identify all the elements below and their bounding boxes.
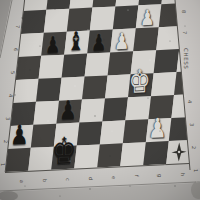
square-c1: ♚ <box>51 146 77 170</box>
square-b7 <box>44 9 70 33</box>
square-c3: ♟ <box>56 100 82 124</box>
square-g4 <box>151 72 177 96</box>
piece-bP-c3: ♟ <box>56 98 79 125</box>
square-c4 <box>59 77 85 101</box>
chess-board: ♟♟♝♟♟♚♟♟♟♚ <box>5 0 200 172</box>
svg-text:1: 1 <box>193 169 199 172</box>
svg-text:7: 7 <box>15 25 21 28</box>
piece-bP-b6: ♟ <box>41 33 64 56</box>
square-a2: ♟ <box>8 125 34 149</box>
square-d6: ♟ <box>87 29 113 53</box>
square-e6: ♟ <box>110 28 136 52</box>
square-h6 <box>179 25 200 49</box>
svg-text:e: e <box>111 176 117 179</box>
square-f4: ♚ <box>128 73 154 97</box>
square-b4 <box>36 78 62 102</box>
square-c6: ♝ <box>64 31 90 55</box>
square-b6: ♟ <box>41 32 67 56</box>
svg-text:f: f <box>134 175 140 177</box>
square-g6 <box>156 26 182 50</box>
square-g2: ♟ <box>146 118 172 142</box>
square-f3 <box>125 96 151 120</box>
square-e7 <box>113 5 139 29</box>
square-d7 <box>90 6 116 30</box>
square-f1 <box>120 142 146 166</box>
square-e3 <box>102 97 128 121</box>
svg-text:6: 6 <box>13 48 19 51</box>
square-a6 <box>18 33 44 57</box>
square-a5 <box>16 56 42 80</box>
svg-text:c: c <box>65 178 71 181</box>
compass-rose-icon <box>170 141 188 163</box>
svg-text:2: 2 <box>191 146 197 149</box>
square-b1 <box>28 147 54 171</box>
square-h3 <box>171 94 197 118</box>
square-d5 <box>85 52 111 76</box>
square-a4 <box>13 79 39 103</box>
svg-text:b: b <box>42 179 48 182</box>
piece-wP-g2: ♟ <box>146 115 169 143</box>
square-b2 <box>31 124 57 148</box>
square-f2 <box>123 119 149 143</box>
corner-shadow <box>191 181 200 199</box>
square-g7 <box>159 3 185 27</box>
square-a3 <box>10 102 36 126</box>
square-e5 <box>108 51 134 75</box>
square-b3 <box>33 101 59 125</box>
square-d2 <box>77 121 103 145</box>
corner-shadow <box>0 191 18 200</box>
table-edge <box>0 182 200 200</box>
square-h2 <box>169 117 195 141</box>
square-f5 <box>131 50 157 74</box>
square-f7: ♟ <box>136 4 162 28</box>
square-e2 <box>100 120 126 144</box>
square-c7 <box>67 8 93 32</box>
table-corner <box>0 0 11 55</box>
piece-bB-c6: ♝ <box>64 29 87 56</box>
board-photo: ♟♟♝♟♟♚♟♟♟♚ a b c d e f g h 8 7 <box>0 0 200 200</box>
square-h5 <box>177 48 200 72</box>
svg-text:g: g <box>156 174 163 177</box>
square-g1 <box>143 141 169 165</box>
file-labels: a b c d e f g h <box>19 173 186 183</box>
piece-bP-d6: ♟ <box>87 31 110 54</box>
svg-text:a: a <box>19 180 25 183</box>
square-e4 <box>105 74 131 98</box>
square-h7 <box>182 2 200 26</box>
square-a1 <box>5 148 31 172</box>
svg-text:d: d <box>88 177 94 180</box>
square-b5 <box>39 55 65 79</box>
square-h1 <box>166 140 192 164</box>
piece-bP-a2: ♟ <box>8 122 31 150</box>
square-d3 <box>79 98 105 122</box>
square-c5 <box>62 54 88 78</box>
square-g5 <box>154 49 180 73</box>
piece-wP-f7: ♟ <box>136 7 159 29</box>
svg-text:5: 5 <box>10 71 16 74</box>
piece-wP-e6: ♟ <box>110 30 133 53</box>
square-e1 <box>97 143 123 167</box>
svg-text:h: h <box>180 173 186 176</box>
square-a7 <box>21 10 47 34</box>
svg-text:4: 4 <box>8 94 14 97</box>
square-f6 <box>133 27 159 51</box>
square-g3 <box>148 95 174 119</box>
square-c2 <box>54 123 80 147</box>
square-h4 <box>174 71 200 95</box>
square-d4 <box>82 75 108 99</box>
square-d1 <box>74 144 100 168</box>
